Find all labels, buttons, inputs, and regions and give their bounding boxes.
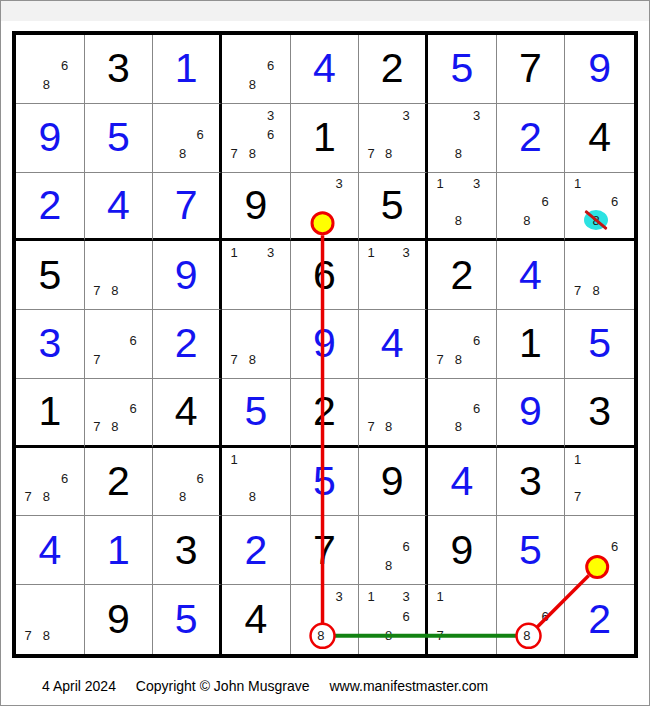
pencil-mark: 8	[312, 211, 330, 229]
pencil-mark: 8	[106, 417, 124, 435]
pencil-mark: 6	[467, 331, 485, 350]
pencil-mark: 8	[37, 626, 55, 645]
pencil-grid: 78	[88, 243, 143, 300]
cell-r7c3[interactable]: 68	[153, 448, 222, 517]
cell-r2c2[interactable]: 5	[85, 104, 154, 173]
pencil-mark: 8	[37, 488, 55, 507]
solved-digit: 1	[153, 35, 219, 103]
cell-r8c1[interactable]: 4	[16, 516, 85, 585]
pencil-grid: 18	[225, 450, 280, 507]
given-digit: 1	[291, 104, 359, 172]
pencil-mark: 8	[380, 417, 398, 435]
footer-website: www.manifestmaster.com	[329, 678, 488, 694]
pencil-grid: 68	[19, 37, 74, 94]
pencil-mark: 7	[431, 350, 449, 369]
cell-r2c4[interactable]: 3678	[222, 104, 291, 173]
cell-r5c6[interactable]: 4	[359, 310, 428, 379]
cell-r9c4[interactable]: 4	[222, 585, 291, 654]
pencil-mark: 6	[124, 399, 142, 417]
pencil-grid: 13	[362, 243, 415, 300]
cell-r3c8[interactable]: 68	[497, 173, 566, 242]
pencil-grid: 68	[500, 175, 555, 230]
cell-r3c2[interactable]: 4	[85, 173, 154, 242]
cell-r8c3[interactable]: 3	[153, 516, 222, 585]
solved-digit: 5	[222, 379, 290, 445]
solved-digit: 4	[16, 516, 84, 584]
footer-copyright: Copyright © John Musgrave	[136, 678, 310, 694]
given-digit: 5	[16, 241, 84, 309]
pencil-mark: 1	[431, 175, 449, 193]
pencil-mark: 3	[467, 106, 485, 125]
pencil-mark: 3	[397, 106, 415, 125]
pencil-mark: 8	[449, 350, 467, 369]
cell-r3c3[interactable]: 7	[153, 173, 222, 242]
pencil-mark: 8	[587, 281, 606, 300]
pencil-mark: 1	[431, 587, 449, 606]
given-digit: 9	[222, 173, 290, 239]
cell-r3c4[interactable]: 9	[222, 173, 291, 242]
pencil-mark: 6	[55, 469, 73, 488]
pencil-mark: 3	[261, 243, 279, 262]
pencil-mark: 8	[449, 211, 467, 229]
solved-digit: 3	[16, 310, 84, 378]
pencil-mark: 6	[261, 56, 279, 75]
solved-digit: 2	[497, 104, 565, 172]
cell-r7c5[interactable]: 5	[291, 448, 360, 517]
pencil-grid: 13	[225, 243, 280, 300]
pencil-mark: 6	[191, 469, 209, 488]
solved-digit: 5	[428, 35, 496, 103]
pencil-mark: 8	[449, 417, 467, 435]
solved-digit: 9	[153, 241, 219, 309]
given-digit: 4	[565, 104, 634, 172]
given-digit: 2	[359, 35, 425, 103]
given-digit: 2	[85, 448, 153, 516]
solved-digit: 7	[153, 173, 219, 239]
pencil-mark: 6	[536, 606, 554, 625]
given-digit: 6	[291, 241, 359, 309]
pencil-mark: 3	[330, 175, 348, 193]
pencil-mark: 3	[397, 587, 415, 606]
pencil-grid: 68	[431, 381, 486, 436]
cell-r6c7[interactable]: 68	[428, 379, 497, 448]
footer-date: 4 April 2024	[42, 678, 116, 694]
solved-digit: 9	[291, 310, 359, 378]
cell-r4c8[interactable]: 4	[497, 241, 566, 310]
cell-r4c1[interactable]: 5	[16, 241, 85, 310]
solved-digit: 5	[291, 448, 359, 516]
cell-r9c8[interactable]: 68	[497, 585, 566, 654]
pencil-mark: 7	[225, 350, 243, 369]
cell-r9c1[interactable]: 78	[16, 585, 85, 654]
sudoku-board: 6831684257995683678137838242479385138681…	[12, 31, 638, 658]
pencil-mark: 7	[88, 417, 106, 435]
solved-digit: 5	[153, 585, 219, 654]
solved-digit: 4	[497, 241, 565, 309]
cell-r6c2[interactable]: 678	[85, 379, 154, 448]
pencil-mark: 1	[225, 450, 243, 469]
solved-digit: 5	[565, 310, 634, 378]
pencil-mark: 1	[362, 243, 380, 262]
pencil-grid: 68	[156, 106, 209, 163]
cell-r2c8[interactable]: 2	[497, 104, 566, 173]
cell-r2c5[interactable]: 1	[291, 104, 360, 173]
solved-digit: 4	[359, 310, 425, 378]
pencil-mark: 6	[605, 193, 624, 211]
cell-r6c9[interactable]: 3	[565, 379, 634, 448]
cell-r1c5[interactable]: 4	[291, 35, 360, 104]
cell-r3c6[interactable]: 5	[359, 173, 428, 242]
pencil-mark: 8	[380, 626, 398, 645]
cell-r1c4[interactable]: 68	[222, 35, 291, 104]
cell-r3c7[interactable]: 138	[428, 173, 497, 242]
given-digit: 2	[291, 379, 359, 445]
cell-r1c7[interactable]: 5	[428, 35, 497, 104]
pencil-grid: 17	[431, 587, 486, 645]
pencil-grid: 68	[225, 37, 280, 94]
cell-r3c1[interactable]: 2	[16, 173, 85, 242]
pencil-grid: 678	[88, 381, 143, 436]
solved-digit: 2	[222, 516, 290, 584]
pencil-mark: 8	[174, 488, 192, 507]
cell-r1c1[interactable]: 68	[16, 35, 85, 104]
solved-digit: 9	[16, 104, 84, 172]
pencil-mark: 8	[449, 144, 467, 163]
cell-r1c9[interactable]: 9	[565, 35, 634, 104]
pencil-mark: 6	[536, 193, 554, 211]
pencil-mark: 6	[397, 606, 415, 625]
cell-r4c7[interactable]: 2	[428, 241, 497, 310]
pencil-grid: 678	[19, 450, 74, 507]
pencil-mark: 7	[225, 144, 243, 163]
given-digit: 9	[428, 516, 496, 584]
pencil-mark: 7	[19, 626, 37, 645]
given-digit: 1	[16, 379, 84, 445]
cell-r4c6[interactable]: 13	[359, 241, 428, 310]
pencil-mark: 8	[243, 144, 261, 163]
pencil-mark: 8	[243, 350, 261, 369]
cell-r6c8[interactable]: 9	[497, 379, 566, 448]
cell-r7c6[interactable]: 9	[359, 448, 428, 517]
pencil-mark: 8	[243, 488, 261, 507]
pencil-grid: 78	[568, 243, 624, 300]
solved-digit: 2	[16, 173, 84, 239]
pencil-mark: 8	[174, 144, 192, 163]
given-digit: 5	[359, 173, 425, 239]
cell-r1c3[interactable]: 1	[153, 35, 222, 104]
pencil-grid: 68	[156, 450, 209, 507]
pencil-mark: 8	[243, 75, 261, 94]
cell-r9c2[interactable]: 9	[85, 585, 154, 654]
cell-r5c4[interactable]: 78	[222, 310, 291, 379]
solved-digit: 5	[85, 104, 153, 172]
cell-r2c1[interactable]: 9	[16, 104, 85, 173]
pencil-grid: 3678	[225, 106, 280, 163]
pencil-mark: 1	[568, 450, 587, 469]
pencil-grid: 138	[431, 175, 486, 230]
pencil-grid: 78	[225, 312, 280, 369]
pencil-mark: 7	[431, 626, 449, 645]
given-digit: 3	[85, 35, 153, 103]
cell-r4c9[interactable]: 78	[565, 241, 634, 310]
cell-r7c4[interactable]: 18	[222, 448, 291, 517]
cell-r8c2[interactable]: 1	[85, 516, 154, 585]
cell-r2c9[interactable]: 4	[565, 104, 634, 173]
cell-r8c4[interactable]: 2	[222, 516, 291, 585]
pencil-mark: 8	[380, 556, 398, 575]
cell-r5c7[interactable]: 678	[428, 310, 497, 379]
cell-r2c7[interactable]: 38	[428, 104, 497, 173]
pencil-mark: 3	[261, 106, 279, 125]
cell-r9c3[interactable]: 5	[153, 585, 222, 654]
solved-digit: 9	[565, 35, 634, 103]
cell-r4c4[interactable]: 13	[222, 241, 291, 310]
cell-r6c5[interactable]: 2	[291, 379, 360, 448]
pencil-mark: 1	[568, 175, 587, 193]
cell-r1c6[interactable]: 2	[359, 35, 428, 104]
pencil-mark: 1	[362, 587, 380, 606]
solved-digit: 2	[565, 585, 634, 654]
cell-r2c6[interactable]: 378	[359, 104, 428, 173]
pencil-mark: 7	[568, 281, 587, 300]
cell-r6c1[interactable]: 1	[16, 379, 85, 448]
cell-r8c6[interactable]: 68	[359, 516, 428, 585]
given-digit: 7	[291, 516, 359, 584]
pencil-grid: 68	[362, 518, 415, 575]
pencil-mark: 8	[518, 211, 536, 229]
solved-digit: 2	[153, 310, 219, 378]
header-band	[1, 1, 649, 21]
cell-r5c2[interactable]: 67	[85, 310, 154, 379]
pencil-mark: 6	[467, 399, 485, 417]
given-digit: 9	[85, 585, 153, 654]
given-digit: 7	[497, 35, 565, 103]
cell-r3c9[interactable]: 168	[565, 173, 634, 242]
given-digit: 4	[153, 379, 219, 445]
given-digit: 9	[359, 448, 425, 516]
cell-r3c5[interactable]: 38	[291, 173, 360, 242]
cell-r5c8[interactable]: 1	[497, 310, 566, 379]
pencil-grid: 78	[362, 381, 415, 436]
pencil-mark: 1	[225, 243, 243, 262]
pencil-grid: 38	[431, 106, 486, 163]
cell-r5c3[interactable]: 2	[153, 310, 222, 379]
pencil-mark: 7	[362, 417, 380, 435]
given-digit: 2	[428, 241, 496, 309]
cell-r4c5[interactable]: 6	[291, 241, 360, 310]
cell-r6c4[interactable]: 5	[222, 379, 291, 448]
pencil-grid: 17	[568, 450, 624, 507]
cell-r9c7[interactable]: 17	[428, 585, 497, 654]
pencil-grid: 378	[362, 106, 415, 163]
cell-r7c9[interactable]: 17	[565, 448, 634, 517]
cell-r7c2[interactable]: 2	[85, 448, 154, 517]
cell-r8c9[interactable]: 68	[565, 516, 634, 585]
cell-r6c3[interactable]: 4	[153, 379, 222, 448]
pencil-mark: 3	[397, 243, 415, 262]
pencil-mark: 8	[380, 144, 398, 163]
pencil-mark: 7	[362, 144, 380, 163]
pencil-grid: 68	[568, 518, 624, 575]
solved-digit: 1	[85, 516, 153, 584]
cell-r9c9[interactable]: 2	[565, 585, 634, 654]
pencil-mark: 7	[88, 281, 106, 300]
solved-digit: 5	[497, 516, 565, 584]
pencil-grid: 78	[19, 587, 74, 645]
pencil-mark: 8	[37, 75, 55, 94]
solved-digit: 4	[291, 35, 359, 103]
pencil-mark: 8	[518, 626, 536, 645]
cell-r9c5[interactable]: 38	[291, 585, 360, 654]
cell-r4c2[interactable]: 78	[85, 241, 154, 310]
cell-r8c5[interactable]: 7	[291, 516, 360, 585]
given-digit: 3	[153, 516, 219, 584]
given-digit: 3	[497, 448, 565, 516]
pencil-grid: 67	[88, 312, 143, 369]
pencil-mark: 6	[261, 125, 279, 144]
eliminated-candidate: 8	[587, 211, 606, 229]
cell-r7c8[interactable]: 3	[497, 448, 566, 517]
cell-r7c7[interactable]: 4	[428, 448, 497, 517]
cell-r5c9[interactable]: 5	[565, 310, 634, 379]
cell-r1c2[interactable]: 3	[85, 35, 154, 104]
pencil-mark: 7	[88, 350, 106, 369]
pencil-grid: 678	[431, 312, 486, 369]
cell-r6c6[interactable]: 78	[359, 379, 428, 448]
pencil-mark: 6	[397, 537, 415, 556]
pencil-mark: 6	[55, 56, 73, 75]
pencil-grid: 38	[294, 587, 349, 645]
pencil-mark: 7	[19, 488, 37, 507]
cell-r5c1[interactable]: 3	[16, 310, 85, 379]
pencil-grid: 68	[500, 587, 555, 645]
solved-digit: 4	[85, 173, 153, 239]
cell-r2c3[interactable]: 68	[153, 104, 222, 173]
solved-digit: 4	[428, 448, 496, 516]
cell-r8c7[interactable]: 9	[428, 516, 497, 585]
pencil-mark: 3	[330, 587, 348, 606]
given-digit: 1	[497, 310, 565, 378]
given-digit: 4	[222, 585, 290, 654]
cell-r7c1[interactable]: 678	[16, 448, 85, 517]
given-digit: 3	[565, 379, 634, 445]
pencil-mark: 8	[312, 626, 330, 645]
footer: 4 April 2024 Copyright © John Musgrave w…	[42, 678, 504, 694]
pencil-grid: 168	[568, 175, 624, 230]
pencil-grid: 1368	[362, 587, 415, 645]
pencil-mark: 8	[587, 556, 606, 575]
pencil-mark: 6	[124, 331, 142, 350]
cell-r8c8[interactable]: 5	[497, 516, 566, 585]
pencil-mark: 8	[106, 281, 124, 300]
cell-r9c6[interactable]: 1368	[359, 585, 428, 654]
cell-r1c8[interactable]: 7	[497, 35, 566, 104]
pencil-mark: 3	[467, 175, 485, 193]
cell-r4c3[interactable]: 9	[153, 241, 222, 310]
pencil-mark: 6	[605, 537, 624, 556]
pencil-mark: 7	[568, 488, 587, 507]
cell-r5c5[interactable]: 9	[291, 310, 360, 379]
pencil-grid: 38	[294, 175, 349, 230]
solved-digit: 9	[497, 379, 565, 445]
pencil-mark: 6	[191, 125, 209, 144]
